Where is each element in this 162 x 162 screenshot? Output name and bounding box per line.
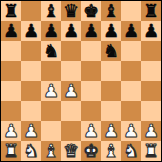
piece-black-pawn[interactable]: ♟ xyxy=(123,21,139,41)
piece-white-pawn[interactable]: ♟ xyxy=(123,121,139,141)
piece-white-king[interactable]: ♚ xyxy=(83,141,99,161)
square-d4[interactable]: ♟ xyxy=(61,81,81,101)
square-e5[interactable] xyxy=(81,61,101,81)
square-a5[interactable] xyxy=(1,61,21,81)
piece-black-pawn[interactable]: ♟ xyxy=(23,21,39,41)
square-a1[interactable]: ♜ xyxy=(1,141,21,161)
square-g7[interactable]: ♟ xyxy=(121,21,141,41)
square-f2[interactable]: ♟ xyxy=(101,121,121,141)
square-h8[interactable]: ♜ xyxy=(141,1,161,21)
square-f1[interactable]: ♝ xyxy=(101,141,121,161)
piece-black-knight[interactable]: ♞ xyxy=(43,41,59,61)
piece-black-bishop[interactable]: ♝ xyxy=(103,1,119,21)
piece-black-rook[interactable]: ♜ xyxy=(3,1,19,21)
square-e7[interactable]: ♟ xyxy=(81,21,101,41)
piece-white-pawn[interactable]: ♟ xyxy=(43,81,59,101)
square-c7[interactable]: ♟ xyxy=(41,21,61,41)
square-h5[interactable] xyxy=(141,61,161,81)
piece-black-pawn[interactable]: ♟ xyxy=(143,21,159,41)
square-d5[interactable] xyxy=(61,61,81,81)
square-e2[interactable]: ♟ xyxy=(81,121,101,141)
square-e1[interactable]: ♚ xyxy=(81,141,101,161)
square-a4[interactable] xyxy=(1,81,21,101)
square-f8[interactable]: ♝ xyxy=(101,1,121,21)
square-e8[interactable]: ♚ xyxy=(81,1,101,21)
square-h2[interactable]: ♟ xyxy=(141,121,161,141)
square-f3[interactable] xyxy=(101,101,121,121)
square-a2[interactable]: ♟ xyxy=(1,121,21,141)
square-c8[interactable]: ♝ xyxy=(41,1,61,21)
square-g5[interactable] xyxy=(121,61,141,81)
piece-black-knight[interactable]: ♞ xyxy=(103,41,119,61)
square-g3[interactable] xyxy=(121,101,141,121)
square-b4[interactable] xyxy=(21,81,41,101)
piece-black-pawn[interactable]: ♟ xyxy=(63,21,79,41)
square-a6[interactable] xyxy=(1,41,21,61)
piece-white-pawn[interactable]: ♟ xyxy=(103,121,119,141)
square-a3[interactable] xyxy=(1,101,21,121)
square-b8[interactable] xyxy=(21,1,41,21)
piece-white-bishop[interactable]: ♝ xyxy=(103,141,119,161)
square-h4[interactable] xyxy=(141,81,161,101)
square-c3[interactable] xyxy=(41,101,61,121)
piece-black-king[interactable]: ♚ xyxy=(83,1,99,21)
square-d2[interactable] xyxy=(61,121,81,141)
piece-black-queen[interactable]: ♛ xyxy=(63,1,79,21)
square-a7[interactable]: ♟ xyxy=(1,21,21,41)
square-d6[interactable] xyxy=(61,41,81,61)
square-b1[interactable]: ♞ xyxy=(21,141,41,161)
square-f4[interactable] xyxy=(101,81,121,101)
square-d1[interactable]: ♛ xyxy=(61,141,81,161)
piece-white-pawn[interactable]: ♟ xyxy=(83,121,99,141)
square-b3[interactable] xyxy=(21,101,41,121)
chess-board: ♜♝♛♚♝♜♟♟♟♟♟♟♟♟♞♞♟♟♟♟♟♟♟♟♜♞♝♛♚♝♞♜ xyxy=(0,0,162,162)
piece-black-pawn[interactable]: ♟ xyxy=(3,21,19,41)
piece-black-pawn[interactable]: ♟ xyxy=(83,21,99,41)
piece-white-rook[interactable]: ♜ xyxy=(3,141,19,161)
square-d3[interactable] xyxy=(61,101,81,121)
piece-white-pawn[interactable]: ♟ xyxy=(63,81,79,101)
piece-white-rook[interactable]: ♜ xyxy=(143,141,159,161)
square-e6[interactable] xyxy=(81,41,101,61)
square-d8[interactable]: ♛ xyxy=(61,1,81,21)
square-f7[interactable]: ♟ xyxy=(101,21,121,41)
square-g8[interactable] xyxy=(121,1,141,21)
square-e3[interactable] xyxy=(81,101,101,121)
square-b6[interactable] xyxy=(21,41,41,61)
square-f6[interactable]: ♞ xyxy=(101,41,121,61)
piece-white-bishop[interactable]: ♝ xyxy=(43,141,59,161)
square-g2[interactable]: ♟ xyxy=(121,121,141,141)
square-g6[interactable] xyxy=(121,41,141,61)
square-c2[interactable] xyxy=(41,121,61,141)
square-c4[interactable]: ♟ xyxy=(41,81,61,101)
piece-black-bishop[interactable]: ♝ xyxy=(43,1,59,21)
piece-white-knight[interactable]: ♞ xyxy=(123,141,139,161)
piece-white-knight[interactable]: ♞ xyxy=(23,141,39,161)
square-e4[interactable] xyxy=(81,81,101,101)
piece-white-queen[interactable]: ♛ xyxy=(63,141,79,161)
piece-white-pawn[interactable]: ♟ xyxy=(143,121,159,141)
square-b5[interactable] xyxy=(21,61,41,81)
square-d7[interactable]: ♟ xyxy=(61,21,81,41)
piece-black-rook[interactable]: ♜ xyxy=(143,1,159,21)
piece-white-pawn[interactable]: ♟ xyxy=(23,121,39,141)
square-h1[interactable]: ♜ xyxy=(141,141,161,161)
square-c1[interactable]: ♝ xyxy=(41,141,61,161)
square-a8[interactable]: ♜ xyxy=(1,1,21,21)
square-h3[interactable] xyxy=(141,101,161,121)
square-h6[interactable] xyxy=(141,41,161,61)
piece-black-pawn[interactable]: ♟ xyxy=(43,21,59,41)
square-h7[interactable]: ♟ xyxy=(141,21,161,41)
square-f5[interactable] xyxy=(101,61,121,81)
square-g1[interactable]: ♞ xyxy=(121,141,141,161)
square-c6[interactable]: ♞ xyxy=(41,41,61,61)
piece-white-pawn[interactable]: ♟ xyxy=(3,121,19,141)
square-c5[interactable] xyxy=(41,61,61,81)
square-b2[interactable]: ♟ xyxy=(21,121,41,141)
square-g4[interactable] xyxy=(121,81,141,101)
square-b7[interactable]: ♟ xyxy=(21,21,41,41)
piece-black-pawn[interactable]: ♟ xyxy=(103,21,119,41)
